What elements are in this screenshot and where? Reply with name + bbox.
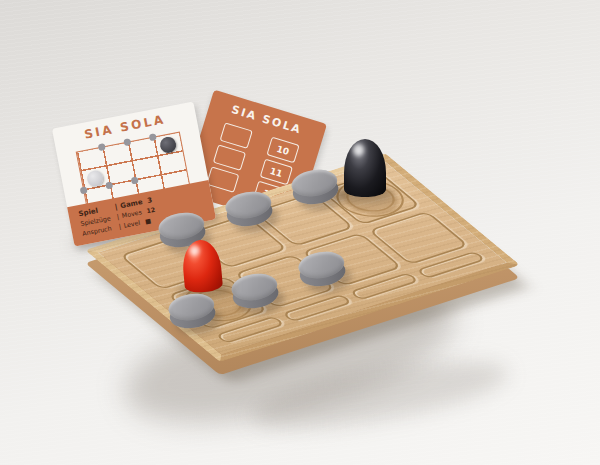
game-number-box: 11 xyxy=(260,159,293,186)
value: ■ xyxy=(144,216,152,227)
gray-disc-intersection-0-2[interactable] xyxy=(167,291,218,332)
diagram-black-pawn-marker xyxy=(159,136,178,155)
gray-disc-intersection-2-2[interactable] xyxy=(297,249,348,290)
photo-scene: SIA SOLA 10 11 12 Gerhards SPIEL UND DES… xyxy=(0,0,600,465)
game-number-column-left xyxy=(206,122,253,193)
divider: | xyxy=(118,222,122,232)
black-pawn[interactable] xyxy=(344,139,386,197)
gray-disc-intersection-3-0[interactable] xyxy=(290,167,341,208)
diagram-red-pawn-marker xyxy=(86,169,105,188)
divider: | xyxy=(116,212,120,222)
diagram-dot xyxy=(80,186,88,194)
game-number-box: 10 xyxy=(266,137,299,164)
game-number-box xyxy=(206,166,239,193)
gray-disc-intersection-1-2[interactable] xyxy=(230,271,281,312)
game-number-box xyxy=(213,144,246,171)
label-en: Level xyxy=(123,218,141,231)
diagram-dot xyxy=(131,176,139,184)
diagram-dot xyxy=(98,143,106,151)
black-pawn-body xyxy=(344,139,386,197)
red-pawn-body xyxy=(181,238,223,293)
gray-disc-intersection-2-0[interactable] xyxy=(224,189,275,230)
diagram-dot xyxy=(149,133,157,141)
game-number-box xyxy=(220,122,253,149)
value: 12 xyxy=(146,205,157,216)
diagram-dot xyxy=(123,138,131,146)
red-pawn[interactable] xyxy=(181,238,223,293)
diagram-dot xyxy=(105,181,113,189)
